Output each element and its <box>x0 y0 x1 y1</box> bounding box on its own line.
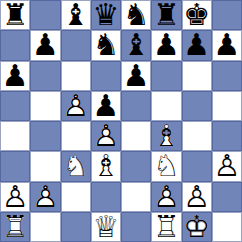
square-d7[interactable]: ♞ <box>91 30 121 60</box>
piece-black-knight[interactable]: ♞ <box>91 30 121 60</box>
piece-glyph-outline: ♕ <box>91 212 121 242</box>
square-a8[interactable]: ♜ <box>0 0 30 30</box>
square-a5[interactable] <box>0 91 30 121</box>
piece-black-pawn[interactable]: ♟ <box>30 30 60 60</box>
piece-black-bishop[interactable]: ♝ <box>61 0 91 30</box>
piece-black-rook[interactable]: ♜ <box>151 0 181 30</box>
square-g6[interactable] <box>182 61 212 91</box>
square-f3[interactable]: ♞♘ <box>151 151 181 181</box>
square-h1[interactable] <box>212 212 242 242</box>
square-f4[interactable]: ♝♗ <box>151 121 181 151</box>
piece-white-pawn[interactable]: ♟♙ <box>91 121 121 151</box>
square-f1[interactable]: ♜♖ <box>151 212 181 242</box>
piece-glyph-fill: ♚ <box>182 0 212 30</box>
square-h6[interactable] <box>212 61 242 91</box>
piece-white-king[interactable]: ♚♔ <box>182 212 212 242</box>
square-b2[interactable]: ♟♙ <box>30 182 60 212</box>
square-h3[interactable]: ♟♙ <box>212 151 242 181</box>
piece-glyph-outline: ♖ <box>0 212 30 242</box>
piece-black-pawn[interactable]: ♟ <box>91 91 121 121</box>
square-g2[interactable]: ♟♙ <box>182 182 212 212</box>
square-h8[interactable] <box>212 0 242 30</box>
square-e2[interactable] <box>121 182 151 212</box>
square-h4[interactable] <box>212 121 242 151</box>
square-d3[interactable]: ♝♗ <box>91 151 121 181</box>
piece-glyph-outline: ♙ <box>0 182 30 212</box>
square-d8[interactable]: ♛ <box>91 0 121 30</box>
square-e8[interactable]: ♞ <box>121 0 151 30</box>
square-c5[interactable]: ♟♙ <box>61 91 91 121</box>
square-b3[interactable] <box>30 151 60 181</box>
piece-white-queen[interactable]: ♛♕ <box>91 212 121 242</box>
piece-glyph-outline: ♙ <box>61 91 91 121</box>
square-a6[interactable]: ♟ <box>0 61 30 91</box>
piece-glyph-outline: ♙ <box>212 151 242 181</box>
square-c7[interactable] <box>61 30 91 60</box>
square-g8[interactable]: ♚ <box>182 0 212 30</box>
piece-glyph-outline: ♘ <box>151 151 181 181</box>
piece-white-pawn[interactable]: ♟♙ <box>151 182 181 212</box>
piece-glyph-outline: ♙ <box>182 182 212 212</box>
square-e4[interactable] <box>121 121 151 151</box>
piece-glyph-fill: ♜ <box>151 0 181 30</box>
square-a3[interactable] <box>0 151 30 181</box>
square-g4[interactable] <box>182 121 212 151</box>
piece-white-pawn[interactable]: ♟♙ <box>0 182 30 212</box>
piece-black-knight[interactable]: ♞ <box>121 0 151 30</box>
square-c3[interactable]: ♞♘ <box>61 151 91 181</box>
square-g1[interactable]: ♚♔ <box>182 212 212 242</box>
piece-glyph-fill: ♟ <box>151 30 181 60</box>
piece-white-pawn[interactable]: ♟♙ <box>182 182 212 212</box>
square-c2[interactable] <box>61 182 91 212</box>
piece-white-rook[interactable]: ♜♖ <box>151 212 181 242</box>
piece-white-pawn[interactable]: ♟♙ <box>61 91 91 121</box>
piece-white-bishop[interactable]: ♝♗ <box>151 121 181 151</box>
piece-white-rook[interactable]: ♜♖ <box>0 212 30 242</box>
square-h7[interactable]: ♟ <box>212 30 242 60</box>
piece-white-bishop[interactable]: ♝♗ <box>91 151 121 181</box>
square-d5[interactable]: ♟ <box>91 91 121 121</box>
square-c8[interactable]: ♝ <box>61 0 91 30</box>
square-h2[interactable] <box>212 182 242 212</box>
piece-black-king[interactable]: ♚ <box>182 0 212 30</box>
square-e1[interactable] <box>121 212 151 242</box>
piece-glyph-fill: ♟ <box>121 61 151 91</box>
square-h5[interactable] <box>212 91 242 121</box>
piece-glyph-outline: ♗ <box>151 121 181 151</box>
square-f2[interactable]: ♟♙ <box>151 182 181 212</box>
piece-black-pawn[interactable]: ♟ <box>212 30 242 60</box>
piece-white-knight[interactable]: ♞♘ <box>61 151 91 181</box>
square-d6[interactable] <box>91 61 121 91</box>
piece-white-pawn[interactable]: ♟♙ <box>212 151 242 181</box>
square-a7[interactable] <box>0 30 30 60</box>
square-g7[interactable]: ♟ <box>182 30 212 60</box>
square-d1[interactable]: ♛♕ <box>91 212 121 242</box>
piece-glyph-outline: ♗ <box>91 151 121 181</box>
piece-glyph-fill: ♟ <box>30 30 60 60</box>
square-a4[interactable] <box>0 121 30 151</box>
square-b4[interactable] <box>30 121 60 151</box>
square-a1[interactable]: ♜♖ <box>0 212 30 242</box>
square-c1[interactable] <box>61 212 91 242</box>
piece-black-queen[interactable]: ♛ <box>91 0 121 30</box>
square-g5[interactable] <box>182 91 212 121</box>
piece-glyph-outline: ♙ <box>151 182 181 212</box>
piece-black-pawn[interactable]: ♟ <box>151 30 181 60</box>
piece-glyph-outline: ♔ <box>182 212 212 242</box>
square-b5[interactable] <box>30 91 60 121</box>
square-g3[interactable] <box>182 151 212 181</box>
piece-glyph-outline: ♖ <box>151 212 181 242</box>
piece-glyph-fill: ♟ <box>212 30 242 60</box>
piece-glyph-outline: ♘ <box>61 151 91 181</box>
piece-black-rook[interactable]: ♜ <box>0 0 30 30</box>
piece-white-knight[interactable]: ♞♘ <box>151 151 181 181</box>
square-d2[interactable] <box>91 182 121 212</box>
square-f6[interactable] <box>151 61 181 91</box>
piece-glyph-fill: ♟ <box>182 30 212 60</box>
square-a2[interactable]: ♟♙ <box>0 182 30 212</box>
piece-glyph-outline: ♙ <box>91 121 121 151</box>
square-c6[interactable] <box>61 61 91 91</box>
piece-black-pawn[interactable]: ♟ <box>182 30 212 60</box>
square-e7[interactable]: ♝ <box>121 30 151 60</box>
square-f7[interactable]: ♟ <box>151 30 181 60</box>
square-f5[interactable] <box>151 91 181 121</box>
square-b1[interactable] <box>30 212 60 242</box>
piece-white-pawn[interactable]: ♟♙ <box>30 182 60 212</box>
piece-glyph-fill: ♝ <box>61 0 91 30</box>
piece-glyph-fill: ♜ <box>0 0 30 30</box>
square-b6[interactable] <box>30 61 60 91</box>
piece-glyph-fill: ♟ <box>91 91 121 121</box>
square-c4[interactable] <box>61 121 91 151</box>
piece-black-bishop[interactable]: ♝ <box>121 30 151 60</box>
piece-glyph-outline: ♙ <box>30 182 60 212</box>
piece-glyph-fill: ♞ <box>91 30 121 60</box>
piece-glyph-fill: ♞ <box>121 0 151 30</box>
square-e3[interactable] <box>121 151 151 181</box>
piece-glyph-fill: ♛ <box>91 0 121 30</box>
chess-board: ♜♝♛♞♜♚♟♞♝♟♟♟♟♟♟♙♟♟♙♝♗♞♘♝♗♞♘♟♙♟♙♟♙♟♙♟♙♜♖♛… <box>0 0 242 242</box>
square-f8[interactable]: ♜ <box>151 0 181 30</box>
square-e5[interactable] <box>121 91 151 121</box>
piece-black-pawn[interactable]: ♟ <box>121 61 151 91</box>
piece-black-pawn[interactable]: ♟ <box>0 61 30 91</box>
square-e6[interactable]: ♟ <box>121 61 151 91</box>
piece-glyph-fill: ♝ <box>121 30 151 60</box>
piece-glyph-fill: ♟ <box>0 61 30 91</box>
square-b7[interactable]: ♟ <box>30 30 60 60</box>
square-b8[interactable] <box>30 0 60 30</box>
square-d4[interactable]: ♟♙ <box>91 121 121 151</box>
